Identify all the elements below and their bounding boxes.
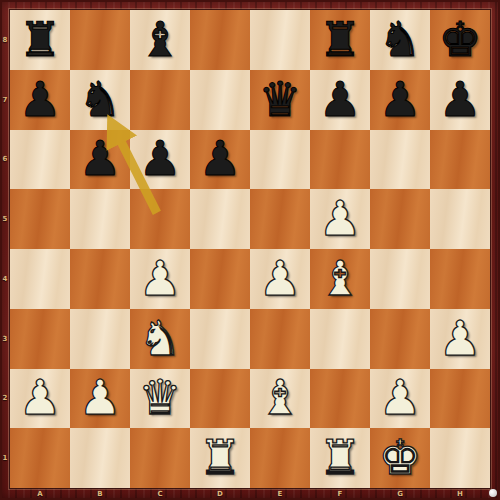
piece-black-pawn[interactable]: ♟ [78,134,121,182]
square-f5[interactable]: ♟ [310,189,370,249]
chess-board-window: ♜♝♜♞♚♟♞♛♟♟♟♟♟♟♟♟♟♝♞♟♟♟♛♝♟♜♜♚ 87654321 AB… [0,0,500,500]
square-b3[interactable] [70,309,130,369]
piece-black-pawn[interactable]: ♟ [18,75,61,123]
square-c5[interactable] [130,189,190,249]
square-g8[interactable]: ♞ [370,10,430,70]
file-labels: ABCDEFGH [10,487,490,500]
file-label-A: A [10,487,70,500]
square-f1[interactable]: ♜ [310,428,370,488]
file-label-E: E [250,487,310,500]
square-e4[interactable]: ♟ [250,249,310,309]
square-c1[interactable] [130,428,190,488]
square-g1[interactable]: ♚ [370,428,430,488]
piece-black-king[interactable]: ♚ [438,15,481,63]
piece-black-rook[interactable]: ♜ [318,15,361,63]
piece-black-queen[interactable]: ♛ [258,75,301,123]
square-d2[interactable] [190,369,250,429]
square-d1[interactable]: ♜ [190,428,250,488]
square-f7[interactable]: ♟ [310,70,370,130]
file-label-B: B [70,487,130,500]
chess-board: ♜♝♜♞♚♟♞♛♟♟♟♟♟♟♟♟♟♝♞♟♟♟♛♝♟♜♜♚ [10,10,490,488]
square-a4[interactable] [10,249,70,309]
square-h6[interactable] [430,130,490,190]
square-b7[interactable]: ♞ [70,70,130,130]
square-f8[interactable]: ♜ [310,10,370,70]
file-label-C: C [130,487,190,500]
square-a8[interactable]: ♜ [10,10,70,70]
piece-black-pawn[interactable]: ♟ [318,75,361,123]
piece-white-pawn[interactable]: ♟ [318,194,361,242]
piece-black-pawn[interactable]: ♟ [378,75,421,123]
rank-label-1: 1 [0,428,10,488]
square-b5[interactable] [70,189,130,249]
square-a2[interactable]: ♟ [10,369,70,429]
square-h8[interactable]: ♚ [430,10,490,70]
square-h1[interactable] [430,428,490,488]
square-g4[interactable] [370,249,430,309]
square-a5[interactable] [10,189,70,249]
piece-black-knight[interactable]: ♞ [378,15,421,63]
piece-white-queen[interactable]: ♛ [138,373,181,421]
square-b8[interactable] [70,10,130,70]
rank-label-6: 6 [0,130,10,190]
square-b6[interactable]: ♟ [70,130,130,190]
square-e7[interactable]: ♛ [250,70,310,130]
rank-label-2: 2 [0,369,10,429]
piece-black-rook[interactable]: ♜ [18,15,61,63]
piece-black-pawn[interactable]: ♟ [198,134,241,182]
square-a1[interactable] [10,428,70,488]
square-f4[interactable]: ♝ [310,249,370,309]
square-h4[interactable] [430,249,490,309]
square-c4[interactable]: ♟ [130,249,190,309]
square-b1[interactable] [70,428,130,488]
square-g6[interactable] [370,130,430,190]
piece-white-pawn[interactable]: ♟ [378,373,421,421]
piece-white-king[interactable]: ♚ [378,433,421,481]
piece-white-rook[interactable]: ♜ [318,433,361,481]
rank-label-4: 4 [0,249,10,309]
square-e1[interactable] [250,428,310,488]
square-f6[interactable] [310,130,370,190]
piece-white-pawn[interactable]: ♟ [258,254,301,302]
square-d5[interactable] [190,189,250,249]
square-a6[interactable] [10,130,70,190]
square-b4[interactable] [70,249,130,309]
piece-white-pawn[interactable]: ♟ [78,373,121,421]
square-d4[interactable] [190,249,250,309]
rank-label-7: 7 [0,70,10,130]
square-c8[interactable]: ♝ [130,10,190,70]
square-a7[interactable]: ♟ [10,70,70,130]
square-a3[interactable] [10,309,70,369]
square-h3[interactable]: ♟ [430,309,490,369]
piece-white-pawn[interactable]: ♟ [438,314,481,362]
square-b2[interactable]: ♟ [70,369,130,429]
square-c6[interactable]: ♟ [130,130,190,190]
rank-label-8: 8 [0,10,10,70]
rank-label-5: 5 [0,189,10,249]
square-e5[interactable] [250,189,310,249]
piece-black-pawn[interactable]: ♟ [438,75,481,123]
square-g2[interactable]: ♟ [370,369,430,429]
piece-black-knight[interactable]: ♞ [78,75,121,123]
piece-white-pawn[interactable]: ♟ [138,254,181,302]
file-label-F: F [310,487,370,500]
corner-dot [489,489,497,497]
piece-white-pawn[interactable]: ♟ [18,373,61,421]
square-e8[interactable] [250,10,310,70]
square-e2[interactable]: ♝ [250,369,310,429]
piece-white-bishop[interactable]: ♝ [258,373,301,421]
file-label-H: H [430,487,490,500]
piece-black-bishop[interactable]: ♝ [138,15,181,63]
square-g5[interactable] [370,189,430,249]
piece-white-bishop[interactable]: ♝ [318,254,361,302]
square-h7[interactable]: ♟ [430,70,490,130]
file-label-G: G [370,487,430,500]
square-d8[interactable] [190,10,250,70]
square-e3[interactable] [250,309,310,369]
piece-white-rook[interactable]: ♜ [198,433,241,481]
square-h5[interactable] [430,189,490,249]
square-f3[interactable] [310,309,370,369]
piece-black-pawn[interactable]: ♟ [138,134,181,182]
square-h2[interactable] [430,369,490,429]
square-c3[interactable]: ♞ [130,309,190,369]
square-c7[interactable] [130,70,190,130]
square-d7[interactable] [190,70,250,130]
square-e6[interactable] [250,130,310,190]
piece-white-knight[interactable]: ♞ [138,314,181,362]
square-c2[interactable]: ♛ [130,369,190,429]
square-g3[interactable] [370,309,430,369]
rank-label-3: 3 [0,309,10,369]
square-d6[interactable]: ♟ [190,130,250,190]
square-d3[interactable] [190,309,250,369]
square-f2[interactable] [310,369,370,429]
square-g7[interactable]: ♟ [370,70,430,130]
file-label-D: D [190,487,250,500]
rank-labels: 87654321 [0,10,10,488]
